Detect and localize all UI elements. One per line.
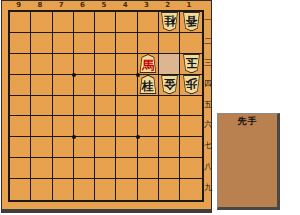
board-grid[interactable]: 桂香馬玉桂金歩	[8, 10, 204, 202]
rank-label: 二	[203, 31, 213, 52]
square-3-1[interactable]	[138, 12, 159, 33]
piece-kanji: 桂	[163, 14, 175, 26]
square-3-2[interactable]	[138, 33, 159, 54]
square-3-4[interactable]: 桂	[138, 75, 159, 96]
square-7-4[interactable]	[53, 75, 74, 96]
rank-label: 一	[203, 10, 213, 31]
square-6-7[interactable]	[74, 137, 95, 158]
star-point	[136, 73, 140, 77]
square-1-3[interactable]: 玉	[180, 54, 201, 75]
square-9-6[interactable]	[10, 116, 31, 137]
shogi-diagram: 987654321 桂香馬玉桂金歩 一二三四五六七八九 先手	[0, 0, 300, 215]
piece-gote-桂-2一[interactable]: 桂	[160, 12, 179, 32]
piece-sente-馬-3三[interactable]: 馬	[138, 54, 157, 74]
square-4-3[interactable]	[116, 54, 137, 75]
piece-kanji: 金	[163, 77, 175, 89]
square-7-2[interactable]	[53, 33, 74, 54]
square-4-7[interactable]	[116, 137, 137, 158]
square-8-9[interactable]	[31, 179, 52, 200]
square-9-2[interactable]	[10, 33, 31, 54]
square-4-2[interactable]	[116, 33, 137, 54]
piece-kanji: 馬	[142, 59, 154, 71]
square-2-1[interactable]: 桂	[159, 12, 180, 33]
square-2-2[interactable]	[159, 33, 180, 54]
piece-gote-金-2四[interactable]: 金	[160, 75, 179, 95]
square-6-1[interactable]	[74, 12, 95, 33]
square-4-6[interactable]	[116, 116, 137, 137]
file-label: 4	[114, 1, 135, 10]
square-5-2[interactable]	[95, 33, 116, 54]
square-1-6[interactable]	[180, 116, 201, 137]
square-9-7[interactable]	[10, 137, 31, 158]
square-8-2[interactable]	[31, 33, 52, 54]
piece-face: 歩	[183, 76, 200, 94]
rank-label: 三	[203, 52, 213, 73]
square-5-1[interactable]	[95, 12, 116, 33]
rank-label: 九	[203, 177, 213, 198]
square-1-5[interactable]	[180, 96, 201, 117]
square-9-5[interactable]	[10, 96, 31, 117]
file-label: 9	[8, 1, 29, 10]
square-7-1[interactable]	[53, 12, 74, 33]
piece-gote-香-1一[interactable]: 香	[182, 12, 201, 32]
square-2-3[interactable]	[159, 54, 180, 75]
rank-labels: 一二三四五六七八九	[203, 10, 213, 198]
square-8-6[interactable]	[31, 116, 52, 137]
square-4-5[interactable]	[116, 96, 137, 117]
sente-hand-label: 先手	[218, 115, 277, 128]
square-4-9[interactable]	[116, 179, 137, 200]
piece-kanji: 歩	[185, 77, 197, 89]
square-7-5[interactable]	[53, 96, 74, 117]
square-8-7[interactable]	[31, 137, 52, 158]
file-label: 2	[157, 1, 178, 10]
piece-face: 桂	[161, 13, 178, 31]
star-point	[72, 73, 76, 77]
square-2-9[interactable]	[159, 179, 180, 200]
square-2-8[interactable]	[159, 158, 180, 179]
square-9-3[interactable]	[10, 54, 31, 75]
rank-label: 六	[203, 114, 213, 135]
square-6-9[interactable]	[74, 179, 95, 200]
piece-face: 桂	[139, 76, 156, 94]
square-7-8[interactable]	[53, 158, 74, 179]
rank-label: 七	[203, 135, 213, 156]
square-9-8[interactable]	[10, 158, 31, 179]
square-8-1[interactable]	[31, 12, 52, 33]
piece-gote-歩-1四[interactable]: 歩	[182, 75, 201, 95]
square-3-9[interactable]	[138, 179, 159, 200]
square-8-3[interactable]	[31, 54, 52, 75]
square-1-2[interactable]	[180, 33, 201, 54]
square-2-4[interactable]: 金	[159, 75, 180, 96]
piece-face: 香	[183, 13, 200, 31]
square-9-9[interactable]	[10, 179, 31, 200]
rank-label: 八	[203, 156, 213, 177]
square-7-7[interactable]	[53, 137, 74, 158]
square-1-4[interactable]: 歩	[180, 75, 201, 96]
piece-face: 金	[161, 76, 178, 94]
square-2-7[interactable]	[159, 137, 180, 158]
square-7-3[interactable]	[53, 54, 74, 75]
piece-face: 玉	[183, 55, 200, 73]
square-9-4[interactable]	[10, 75, 31, 96]
square-3-7[interactable]	[138, 137, 159, 158]
file-label: 7	[51, 1, 72, 10]
square-6-8[interactable]	[74, 158, 95, 179]
square-5-9[interactable]	[95, 179, 116, 200]
square-3-8[interactable]	[138, 158, 159, 179]
square-8-4[interactable]	[31, 75, 52, 96]
square-3-3[interactable]: 馬	[138, 54, 159, 75]
piece-kanji: 香	[185, 14, 197, 26]
square-8-8[interactable]	[31, 158, 52, 179]
piece-kanji: 玉	[185, 56, 197, 68]
sente-hand-tray: 先手	[217, 113, 280, 210]
square-5-3[interactable]	[95, 54, 116, 75]
square-5-4[interactable]	[95, 75, 116, 96]
square-5-7[interactable]	[95, 137, 116, 158]
square-2-6[interactable]	[159, 116, 180, 137]
square-6-3[interactable]	[74, 54, 95, 75]
file-label: 6	[72, 1, 93, 10]
square-3-5[interactable]	[138, 96, 159, 117]
rank-label: 四	[203, 73, 213, 94]
square-7-9[interactable]	[53, 179, 74, 200]
piece-sente-桂-3四[interactable]: 桂	[138, 75, 157, 95]
square-1-9[interactable]	[180, 179, 201, 200]
square-2-5[interactable]	[159, 96, 180, 117]
square-1-7[interactable]	[180, 137, 201, 158]
square-3-6[interactable]	[138, 116, 159, 137]
square-9-1[interactable]	[10, 12, 31, 33]
square-4-1[interactable]	[116, 12, 137, 33]
piece-kanji: 桂	[142, 80, 154, 92]
piece-gote-玉-1三[interactable]: 玉	[182, 54, 201, 74]
file-labels: 987654321	[8, 1, 201, 10]
square-5-6[interactable]	[95, 116, 116, 137]
square-4-4[interactable]	[116, 75, 137, 96]
shogi-board: 987654321 桂香馬玉桂金歩 一二三四五六七八九	[1, 0, 212, 213]
square-7-6[interactable]	[53, 116, 74, 137]
file-label: 5	[93, 1, 114, 10]
square-6-4[interactable]	[74, 75, 95, 96]
rank-label: 五	[203, 94, 213, 115]
square-1-8[interactable]	[180, 158, 201, 179]
square-1-1[interactable]: 香	[180, 12, 201, 33]
file-label: 1	[178, 1, 199, 10]
file-label: 8	[29, 1, 50, 10]
square-5-8[interactable]	[95, 158, 116, 179]
file-label: 3	[136, 1, 157, 10]
square-5-5[interactable]	[95, 96, 116, 117]
square-6-2[interactable]	[74, 33, 95, 54]
square-6-6[interactable]	[74, 116, 95, 137]
square-8-5[interactable]	[31, 96, 52, 117]
piece-face: 馬	[139, 55, 156, 73]
square-4-8[interactable]	[116, 158, 137, 179]
square-6-5[interactable]	[74, 96, 95, 117]
